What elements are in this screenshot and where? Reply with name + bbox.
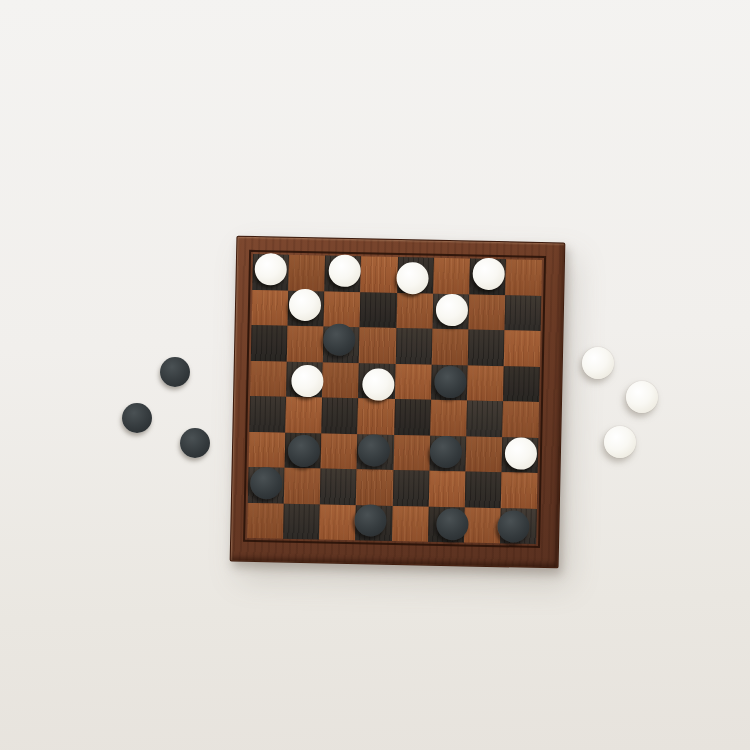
square-r7c7-dark[interactable] [465, 471, 502, 507]
checkers-board [230, 236, 566, 569]
square-r8c2-dark[interactable] [283, 503, 320, 539]
square-r2c5-light[interactable] [396, 292, 433, 328]
square-r4c5-light[interactable] [395, 363, 432, 399]
square-r3c2-light[interactable] [287, 326, 324, 362]
photo-scene [0, 0, 750, 750]
square-r7c8-light[interactable] [501, 472, 538, 508]
square-r4c8-dark[interactable] [503, 366, 540, 402]
square-r1c8-light[interactable] [505, 259, 542, 295]
square-r2c1-light[interactable] [252, 289, 289, 325]
square-r2c8-dark[interactable] [504, 295, 541, 331]
square-r3c4-light[interactable] [359, 327, 396, 363]
square-r3c6-light[interactable] [431, 329, 468, 365]
square-r5c8-light[interactable] [502, 401, 539, 437]
square-r5c5-dark[interactable] [394, 399, 431, 435]
square-r7c4-light[interactable] [356, 469, 393, 505]
square-r2c4-dark[interactable] [360, 292, 397, 328]
square-r5c1-dark[interactable] [249, 396, 286, 432]
square-r6c5-light[interactable] [393, 434, 430, 470]
square-r7c5-dark[interactable] [392, 470, 429, 506]
square-r3c7-dark[interactable] [468, 329, 505, 365]
square-r1c6-light[interactable] [433, 258, 470, 294]
square-r7c6-light[interactable] [428, 471, 465, 507]
offboard-white-piece-6[interactable] [604, 426, 636, 458]
square-r7c2-light[interactable] [284, 468, 321, 504]
board-grid [247, 254, 542, 544]
square-r7c3-dark[interactable] [320, 468, 357, 504]
square-r3c8-light[interactable] [504, 330, 541, 366]
square-r6c3-light[interactable] [321, 433, 358, 469]
offboard-white-piece-4[interactable] [582, 347, 614, 379]
offboard-black-piece-3[interactable] [180, 428, 210, 458]
square-r5c2-light[interactable] [285, 397, 322, 433]
square-r5c3-dark[interactable] [322, 397, 359, 433]
square-r8c5-light[interactable] [392, 505, 429, 541]
board-playing-area [247, 254, 542, 544]
square-r2c7-light[interactable] [468, 294, 505, 330]
square-r6c1-light[interactable] [249, 431, 286, 467]
offboard-white-piece-5[interactable] [626, 381, 658, 413]
square-r4c3-light[interactable] [322, 362, 359, 398]
square-r2c3-light[interactable] [324, 291, 361, 327]
square-r1c4-light[interactable] [361, 256, 398, 292]
square-r8c1-light[interactable] [247, 502, 284, 538]
square-r5c4-light[interactable] [358, 398, 395, 434]
square-r5c7-dark[interactable] [466, 400, 503, 436]
square-r4c1-light[interactable] [250, 360, 287, 396]
square-r6c7-light[interactable] [465, 436, 502, 472]
square-r3c1-dark[interactable] [251, 325, 288, 361]
offboard-black-piece-1[interactable] [160, 357, 190, 387]
square-r8c7-light[interactable] [464, 507, 501, 543]
square-r1c2-light[interactable] [288, 255, 325, 291]
square-r4c7-light[interactable] [467, 365, 504, 401]
square-r5c6-light[interactable] [430, 400, 467, 436]
offboard-black-piece-2[interactable] [122, 403, 152, 433]
square-r3c5-dark[interactable] [395, 328, 432, 364]
square-r8c3-light[interactable] [319, 504, 356, 540]
